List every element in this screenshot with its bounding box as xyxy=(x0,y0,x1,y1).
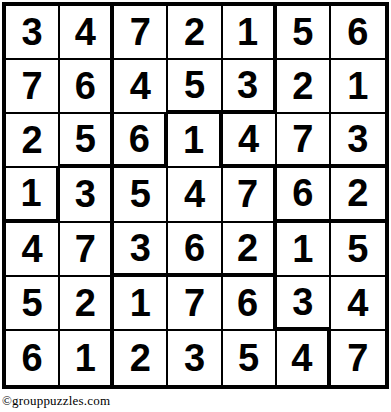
sudoku7-board: 3472156764532125614731354762473621552176… xyxy=(2,2,389,389)
cell-r4c5: 7 xyxy=(223,168,277,222)
cell-r2c3: 4 xyxy=(114,60,168,114)
cell-r6c1: 5 xyxy=(6,277,60,331)
cell-r6c3: 1 xyxy=(114,277,168,331)
cell-r3c6: 7 xyxy=(277,114,331,168)
cell-r5c4: 6 xyxy=(168,223,222,277)
cell-r4c3: 5 xyxy=(114,168,168,222)
cell-r3c5: 4 xyxy=(223,114,277,168)
cell-r6c5: 6 xyxy=(223,277,277,331)
cell-r3c7: 3 xyxy=(331,114,385,168)
cell-r1c7: 6 xyxy=(331,6,385,60)
cell-r1c4: 2 xyxy=(168,6,222,60)
cell-r2c6: 2 xyxy=(277,60,331,114)
puzzle-page: 3472156764532125614731354762473621552176… xyxy=(0,0,391,412)
cell-r5c7: 5 xyxy=(331,223,385,277)
cell-r5c2: 7 xyxy=(60,223,114,277)
cell-r3c1: 2 xyxy=(6,114,60,168)
cell-r3c4: 1 xyxy=(168,114,222,168)
cell-r1c6: 5 xyxy=(277,6,331,60)
cell-r1c2: 4 xyxy=(60,6,114,60)
cell-r4c6: 6 xyxy=(277,168,331,222)
cell-r1c5: 1 xyxy=(223,6,277,60)
cell-r6c7: 4 xyxy=(331,277,385,331)
cell-r2c7: 1 xyxy=(331,60,385,114)
cell-r4c2: 3 xyxy=(60,168,114,222)
cell-r4c7: 2 xyxy=(331,168,385,222)
cell-r7c1: 6 xyxy=(6,331,60,385)
cell-r5c5: 2 xyxy=(223,223,277,277)
cell-r3c3: 6 xyxy=(114,114,168,168)
cell-r3c2: 5 xyxy=(60,114,114,168)
cell-r5c1: 4 xyxy=(6,223,60,277)
cell-r1c3: 7 xyxy=(114,6,168,60)
cell-r5c3: 3 xyxy=(114,223,168,277)
cell-r7c3: 2 xyxy=(114,331,168,385)
cell-r6c4: 7 xyxy=(168,277,222,331)
cell-r7c6: 4 xyxy=(277,331,331,385)
cell-r7c4: 3 xyxy=(168,331,222,385)
cell-r2c1: 7 xyxy=(6,60,60,114)
cell-r6c6: 3 xyxy=(277,277,331,331)
cell-r5c6: 1 xyxy=(277,223,331,277)
cell-r7c5: 5 xyxy=(223,331,277,385)
cell-r1c1: 3 xyxy=(6,6,60,60)
cell-r4c1: 1 xyxy=(6,168,60,222)
cell-r2c5: 3 xyxy=(223,60,277,114)
cell-r2c2: 6 xyxy=(60,60,114,114)
cell-r2c4: 5 xyxy=(168,60,222,114)
copyright-credit: ©grouppuzzles.com xyxy=(2,393,110,409)
cell-r7c7: 7 xyxy=(331,331,385,385)
cell-r4c4: 4 xyxy=(168,168,222,222)
cell-r7c2: 1 xyxy=(60,331,114,385)
cell-r6c2: 2 xyxy=(60,277,114,331)
